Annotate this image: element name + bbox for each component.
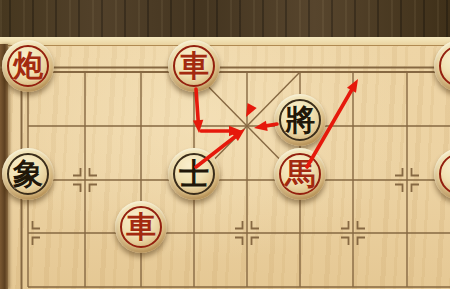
piece-black-advisor-d3[interactable]: 士 — [168, 148, 220, 200]
piece-unknown-unknown-i1[interactable] — [434, 40, 450, 92]
piece-black-general-f2[interactable]: 將 — [274, 94, 326, 146]
pieces-layer: 炮車將象士馬車 — [0, 0, 450, 289]
piece-red-horse-f3[interactable]: 馬 — [274, 148, 326, 200]
piece-glyph: 馬 — [274, 148, 326, 200]
piece-unknown-unknown-i3[interactable] — [434, 148, 450, 200]
piece-glyph: 將 — [274, 94, 326, 146]
piece-red-chariot-d1[interactable]: 車 — [168, 40, 220, 92]
piece-glyph: 象 — [2, 148, 54, 200]
piece-inner-ring — [439, 153, 450, 195]
piece-glyph: 車 — [168, 40, 220, 92]
piece-inner-ring — [439, 45, 450, 87]
xiangqi-board-screenshot: 炮車將象士馬車 — [0, 0, 450, 289]
piece-glyph: 炮 — [2, 40, 54, 92]
piece-red-cannon-a1[interactable]: 炮 — [2, 40, 54, 92]
piece-glyph: 士 — [168, 148, 220, 200]
piece-black-elephant-a3[interactable]: 象 — [2, 148, 54, 200]
piece-glyph: 車 — [115, 201, 167, 253]
piece-red-chariot-c4[interactable]: 車 — [115, 201, 167, 253]
